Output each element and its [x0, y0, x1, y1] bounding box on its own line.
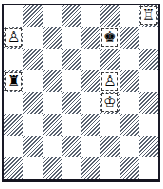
- square-a7[interactable]: ♙: [4, 27, 23, 49]
- square-h3[interactable]: [139, 114, 158, 136]
- square-h1[interactable]: [139, 157, 158, 179]
- square-h6[interactable]: [139, 49, 158, 71]
- piece-highlight-box: ♚: [101, 28, 118, 47]
- square-a3[interactable]: [4, 114, 23, 136]
- square-b2[interactable]: [23, 136, 42, 158]
- square-g5[interactable]: [120, 70, 139, 92]
- square-d6[interactable]: [62, 49, 81, 71]
- black-rook-a5[interactable]: ♜: [7, 73, 20, 90]
- square-f3[interactable]: [100, 114, 119, 136]
- square-g3[interactable]: [120, 114, 139, 136]
- square-e3[interactable]: [81, 114, 100, 136]
- piece-highlight-box: ♙: [101, 72, 118, 91]
- square-c2[interactable]: [43, 136, 62, 158]
- square-b7[interactable]: [23, 27, 42, 49]
- square-f8[interactable]: [100, 5, 119, 27]
- square-d8[interactable]: [62, 5, 81, 27]
- square-d4[interactable]: [62, 92, 81, 114]
- white-pawn-f5[interactable]: ♙: [103, 73, 116, 90]
- square-d3[interactable]: [62, 114, 81, 136]
- square-f1[interactable]: [100, 157, 119, 179]
- square-c5[interactable]: [43, 70, 62, 92]
- black-king-f7[interactable]: ♚: [103, 29, 116, 46]
- square-h4[interactable]: [139, 92, 158, 114]
- square-c7[interactable]: [43, 27, 62, 49]
- white-rook-h8[interactable]: ♖: [142, 7, 155, 24]
- piece-highlight-box: ♔: [101, 93, 118, 112]
- square-e8[interactable]: [81, 5, 100, 27]
- square-g1[interactable]: [120, 157, 139, 179]
- square-b1[interactable]: [23, 157, 42, 179]
- square-e2[interactable]: [81, 136, 100, 158]
- square-h2[interactable]: [139, 136, 158, 158]
- piece-highlight-box: ♜: [5, 72, 22, 91]
- square-e7[interactable]: [81, 27, 100, 49]
- square-g7[interactable]: [120, 27, 139, 49]
- square-c8[interactable]: [43, 5, 62, 27]
- square-a8[interactable]: [4, 5, 23, 27]
- square-f4[interactable]: ♔: [100, 92, 119, 114]
- square-a1[interactable]: [4, 157, 23, 179]
- square-g4[interactable]: [120, 92, 139, 114]
- chess-board-frame: ♖♙♚♜♙♔: [2, 4, 160, 182]
- square-d2[interactable]: [62, 136, 81, 158]
- square-g6[interactable]: [120, 49, 139, 71]
- square-b8[interactable]: [23, 5, 42, 27]
- square-g8[interactable]: [120, 5, 139, 27]
- square-a6[interactable]: [4, 49, 23, 71]
- square-a5[interactable]: ♜: [4, 70, 23, 92]
- chess-board: ♖♙♚♜♙♔: [4, 5, 158, 179]
- square-b3[interactable]: [23, 114, 42, 136]
- square-e1[interactable]: [81, 157, 100, 179]
- square-a2[interactable]: [4, 136, 23, 158]
- white-pawn-a7[interactable]: ♙: [7, 29, 20, 46]
- square-h8[interactable]: ♖: [139, 5, 158, 27]
- square-b5[interactable]: [23, 70, 42, 92]
- square-d5[interactable]: [62, 70, 81, 92]
- square-b4[interactable]: [23, 92, 42, 114]
- chess-diagram: ♖♙♚♜♙♔: [0, 0, 163, 189]
- white-king-f4[interactable]: ♔: [103, 94, 116, 111]
- piece-highlight-box: ♙: [5, 28, 22, 47]
- square-h7[interactable]: [139, 27, 158, 49]
- square-h5[interactable]: [139, 70, 158, 92]
- square-d7[interactable]: [62, 27, 81, 49]
- square-c6[interactable]: [43, 49, 62, 71]
- square-g2[interactable]: [120, 136, 139, 158]
- square-e6[interactable]: [81, 49, 100, 71]
- square-e5[interactable]: [81, 70, 100, 92]
- square-c3[interactable]: [43, 114, 62, 136]
- square-f5[interactable]: ♙: [100, 70, 119, 92]
- square-c1[interactable]: [43, 157, 62, 179]
- square-f7[interactable]: ♚: [100, 27, 119, 49]
- square-d1[interactable]: [62, 157, 81, 179]
- piece-highlight-box: ♖: [140, 6, 157, 25]
- square-f6[interactable]: [100, 49, 119, 71]
- square-a4[interactable]: [4, 92, 23, 114]
- square-f2[interactable]: [100, 136, 119, 158]
- square-e4[interactable]: [81, 92, 100, 114]
- square-b6[interactable]: [23, 49, 42, 71]
- square-c4[interactable]: [43, 92, 62, 114]
